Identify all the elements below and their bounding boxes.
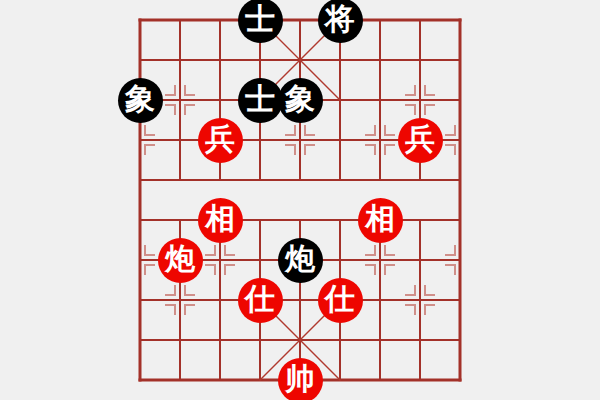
piece-glyph: 象 xyxy=(285,84,315,114)
piece-red-elephant[interactable]: 相 xyxy=(198,198,243,243)
piece-black-advisor[interactable]: 士 xyxy=(238,0,283,43)
xiangqi-board: 士将象士象兵兵相相炮炮仕仕帅 xyxy=(0,0,600,400)
piece-red-soldier[interactable]: 兵 xyxy=(198,118,243,163)
piece-glyph: 帅 xyxy=(285,364,315,394)
grid-lines xyxy=(140,20,460,380)
piece-glyph: 士 xyxy=(245,4,275,34)
piece-glyph: 仕 xyxy=(245,284,275,314)
piece-glyph: 将 xyxy=(325,4,355,34)
piece-glyph: 士 xyxy=(245,84,275,114)
piece-glyph: 象 xyxy=(125,84,155,114)
piece-black-advisor[interactable]: 士 xyxy=(238,78,283,123)
piece-black-general[interactable]: 将 xyxy=(318,0,363,43)
piece-black-cannon[interactable]: 炮 xyxy=(278,238,323,283)
piece-red-cannon[interactable]: 炮 xyxy=(158,238,203,283)
piece-red-advisor[interactable]: 仕 xyxy=(238,278,283,323)
piece-black-elephant[interactable]: 象 xyxy=(118,78,163,123)
piece-black-elephant[interactable]: 象 xyxy=(278,78,323,123)
piece-glyph: 兵 xyxy=(205,124,235,154)
piece-glyph: 相 xyxy=(205,204,235,234)
board-grid xyxy=(0,0,600,400)
piece-red-elephant[interactable]: 相 xyxy=(358,198,403,243)
piece-red-advisor[interactable]: 仕 xyxy=(318,278,363,323)
piece-glyph: 炮 xyxy=(165,244,195,274)
piece-glyph: 相 xyxy=(365,204,395,234)
piece-glyph: 兵 xyxy=(405,124,435,154)
piece-glyph: 炮 xyxy=(285,244,315,274)
piece-red-soldier[interactable]: 兵 xyxy=(398,118,443,163)
piece-red-general[interactable]: 帅 xyxy=(278,358,323,400)
piece-glyph: 仕 xyxy=(325,284,355,314)
